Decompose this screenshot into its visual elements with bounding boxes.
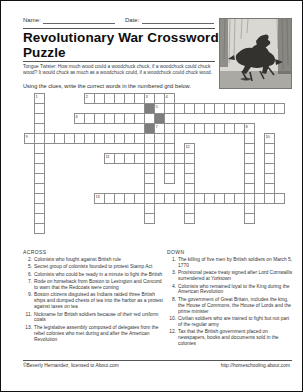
clue-item-number: 1. [167,257,178,269]
clue-item-number: 9. [23,292,34,310]
engraving-art [220,19,291,88]
clue-item-text: Colonists who remained loyal to the King… [178,284,293,296]
tongue-twister-text: Tongue Twister: How much wood could a wo… [23,64,217,76]
grid-cell[interactable] [164,113,175,124]
clue-item: 6.Colonists who could be ready in a minu… [23,272,163,278]
grid-cell[interactable] [184,183,195,194]
clue-item-text: Colonists who could be ready in a minute… [34,272,163,278]
clue-number: 13 [96,195,100,199]
grid-cell[interactable] [144,183,155,194]
down-header: DOWN [167,249,293,255]
clue-number: 2 [86,95,88,99]
clue-number: 9 [26,135,28,139]
clue-item: 12.Tax that the British government place… [167,329,293,347]
clue-item-number: 11. [23,312,34,324]
clue-item: 13.The legislative assembly composed of … [23,325,163,343]
clue-number: 6 [76,115,78,119]
clue-number: 8 [246,125,248,129]
paul-revere-ride-engraving [219,18,292,89]
date-input-line[interactable] [142,23,214,24]
clue-item-number: 2. [23,257,34,263]
footer-copyright: ©Beverly Hernandez, licensed to About.co… [23,363,119,368]
instructions-text: Using the clues, write the correct words… [23,83,223,89]
grid-cell[interactable] [244,183,255,194]
clue-item-number: 10. [167,316,178,328]
clue-item: 3.Provisional peace treaty signed after … [167,270,293,282]
clue-number: 3 [146,95,148,99]
down-clues: DOWN 1.The killing of five men by Britis… [167,249,293,348]
clue-item-number: 8. [167,297,178,315]
clue-number: 12 [186,145,190,149]
clue-item: 7.Rode on horseback from Boston to Lexin… [23,279,163,291]
clue-item: 4.Colonists who remained loyal to the Ki… [167,284,293,296]
clue-item-text: The killing of five men by British soldi… [178,257,293,269]
clue-item-text: Colonists who fought against British rul… [34,257,163,263]
clue-item: 9.Boston citizens disguised as Indians r… [23,292,163,310]
clue-item-number: 4. [167,284,178,296]
footer-url: http://homeschooling.about.com [221,363,290,368]
name-label: Name: [23,17,41,23]
clue-item-text: Civilian soldiers who are trained to fig… [178,316,293,328]
crossword-grid: 23567891113141012 [24,93,297,236]
across-header: ACROSS [23,249,163,255]
clue-number: 11 [106,155,110,159]
grid-cell[interactable] [274,193,285,204]
clue-item-number: 5. [23,264,34,270]
worksheet-page: Name: Date: Revolutionary War Crossword … [0,0,303,392]
clue-item: 10.Civilian soldiers who are trained to … [167,316,293,328]
clue-item-number: 3. [167,270,178,282]
grid-cell[interactable] [34,123,45,134]
clue-item-text: Boston citizens disguised as Indians rai… [34,292,163,310]
clue-item-text: The legislative assembly composed of del… [34,325,163,343]
title-divider [23,61,215,62]
date-label: Date: [125,17,139,23]
grid-cell[interactable] [164,173,175,184]
header-divider [23,28,215,29]
clue-item-text: Provisional peace treaty signed after Lo… [178,270,293,282]
clue-number: 1 [36,95,38,99]
clue-item-text: Rode on horseback from Boston to Lexingt… [34,279,163,291]
grid-cell[interactable] [244,213,255,224]
clue-item-text: The government of Great Britain, include… [178,297,293,315]
clue-item: 8.The government of Great Britain, inclu… [167,297,293,315]
grid-cell[interactable] [34,223,45,234]
name-input-line[interactable] [43,23,115,24]
page-title: Revolutionary War Crossword Puzzle [23,31,223,61]
grid-cell[interactable] [264,183,275,194]
clue-number: 5 [156,105,158,109]
shaded-cell [144,103,155,114]
footer-divider [23,360,292,361]
grid-cell[interactable] [274,103,285,114]
clue-number: 4 [166,95,168,99]
page-title-line1: Revolutionary War Crossword [23,31,223,46]
shaded-cell [144,123,155,134]
down-clue-list: 1.The killing of five men by British sol… [167,257,293,347]
clue-number: 7 [156,125,158,129]
clue-item-number: 13. [23,325,34,343]
clue-item-text: Tax that the British government placed o… [178,329,293,347]
grid-cell[interactable] [144,213,155,224]
grid-cell[interactable] [164,143,175,154]
clue-item-number: 7. [23,279,34,291]
grid-cell[interactable] [184,213,195,224]
grid-cell[interactable]: 4 [164,93,175,104]
clue-item-number: 12. [167,329,178,347]
clue-item: 11.Nickname for British soldiers because… [23,312,163,324]
clue-item-text: Secret group of colonists founded to pro… [34,264,163,270]
clue-item-number: 6. [23,272,34,278]
clue-item: 1.The killing of five men by British sol… [167,257,293,269]
clue-item-text: Nickname for British soldiers because of… [34,312,163,324]
clue-item: 2.Colonists who fought against British r… [23,257,163,263]
page-title-line2: Puzzle [23,46,223,61]
clue-item: 5.Secret group of colonists founded to p… [23,264,163,270]
grid-cell[interactable] [144,143,155,154]
across-clues: ACROSS 2.Colonists who fought against Br… [23,249,163,344]
across-clue-list: 2.Colonists who fought against British r… [23,257,163,342]
clue-number: 10 [266,135,270,139]
